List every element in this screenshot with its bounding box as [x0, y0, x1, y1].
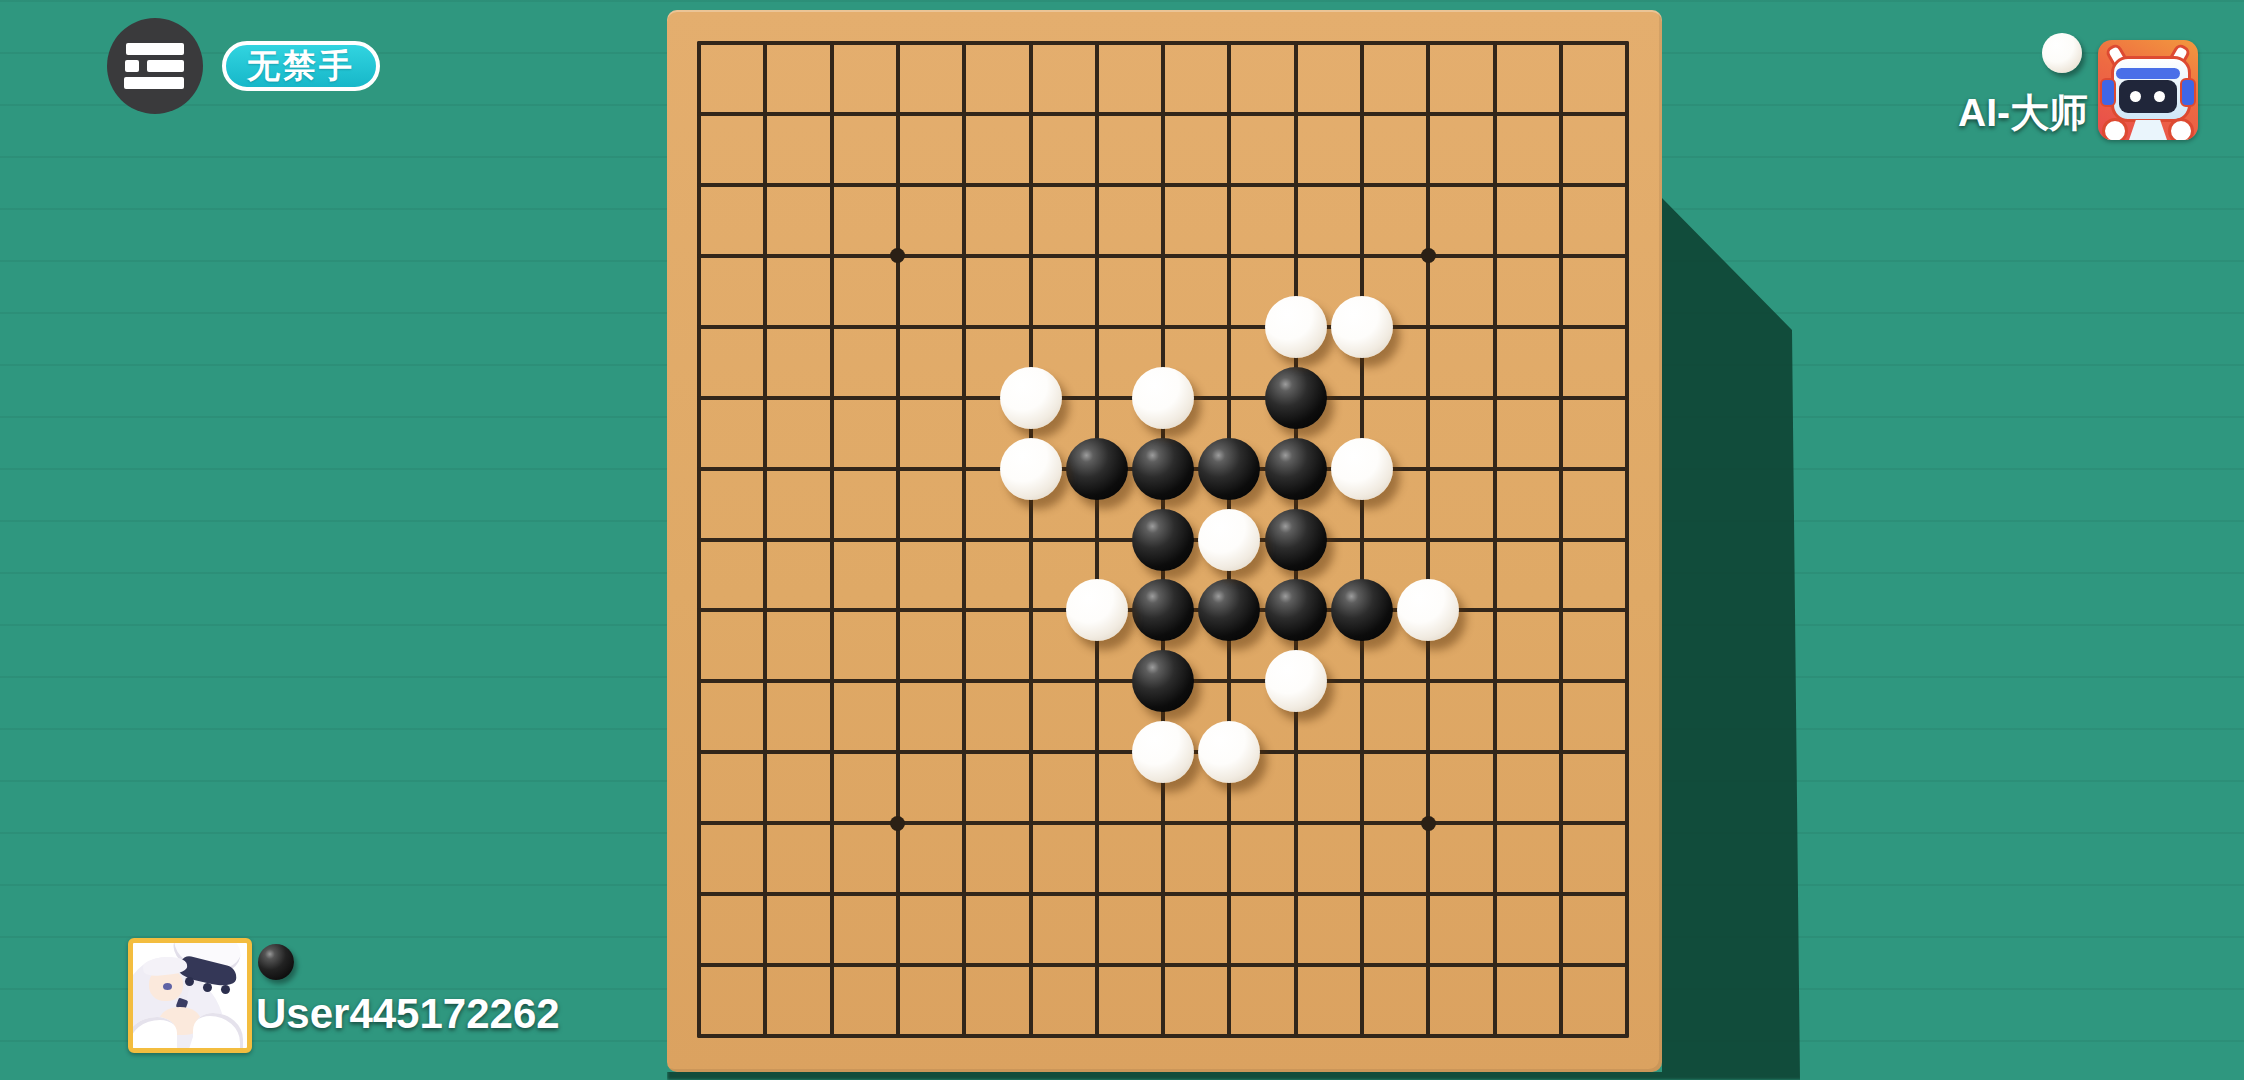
- avatar-eye: [163, 983, 172, 990]
- robot-hand-icon: [2102, 118, 2128, 140]
- stone-white: [1066, 579, 1128, 641]
- stone-white: [1331, 438, 1393, 500]
- star-point: [1421, 248, 1436, 263]
- avatar-dress: [193, 1013, 243, 1053]
- stone-white: [1198, 721, 1260, 783]
- user-avatar: [128, 938, 252, 1053]
- grid-line-horizontal: [697, 1034, 1629, 1038]
- white-stone-icon: [2042, 33, 2082, 73]
- robot-ear-icon: [2180, 78, 2196, 107]
- rule-badge-label: 无禁手: [247, 44, 355, 89]
- grid-line-vertical: [1360, 41, 1364, 1038]
- stone-white: [1265, 296, 1327, 358]
- gomoku-board[interactable]: [667, 10, 1662, 1072]
- robot-hand-icon: [2168, 118, 2194, 140]
- robot-head-icon: [2111, 56, 2191, 122]
- ai-avatar: [2098, 40, 2198, 140]
- menu-button[interactable]: [107, 18, 203, 114]
- game-screen: 无禁手 AI-大师 User445172262: [0, 0, 2244, 1080]
- stone-black: [1331, 579, 1393, 641]
- rule-badge: 无禁手: [222, 41, 380, 91]
- black-stone-icon: [258, 944, 294, 980]
- star-point: [890, 248, 905, 263]
- stone-black: [1132, 650, 1194, 712]
- grid-line-horizontal: [697, 892, 1629, 896]
- stone-black: [1132, 509, 1194, 571]
- grid-line-horizontal: [697, 821, 1629, 825]
- stone-black: [1265, 438, 1327, 500]
- stone-white: [1397, 579, 1459, 641]
- stone-black: [1265, 509, 1327, 571]
- grid-line-vertical: [1559, 41, 1563, 1038]
- stone-black: [1066, 438, 1128, 500]
- stone-white: [1000, 438, 1062, 500]
- stone-black: [1198, 579, 1260, 641]
- grid-line-horizontal: [697, 963, 1629, 967]
- stone-black: [1132, 579, 1194, 641]
- ai-player-name: AI-大师: [1858, 86, 2088, 140]
- stone-white: [1198, 509, 1260, 571]
- stone-black: [1132, 438, 1194, 500]
- stone-white: [1132, 721, 1194, 783]
- grid-line-vertical: [1493, 41, 1497, 1038]
- star-point: [890, 816, 905, 831]
- stone-white: [1132, 367, 1194, 429]
- stone-black: [1198, 438, 1260, 500]
- user-player-name: User445172262: [256, 990, 560, 1038]
- menu-icon: [124, 43, 186, 89]
- grid-line-vertical: [1625, 41, 1629, 1038]
- robot-ear-icon: [2100, 78, 2116, 107]
- grid-line-vertical: [1426, 41, 1430, 1038]
- stone-black: [1265, 579, 1327, 641]
- stone-white: [1000, 367, 1062, 429]
- stone-black: [1265, 367, 1327, 429]
- stone-white: [1331, 296, 1393, 358]
- stone-white: [1265, 650, 1327, 712]
- star-point: [1421, 816, 1436, 831]
- robot-body-icon: [2129, 120, 2167, 140]
